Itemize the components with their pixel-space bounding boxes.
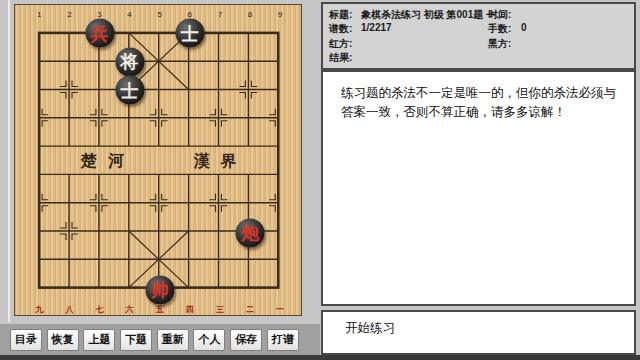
notation-button[interactable]: 打谱 <box>267 329 299 351</box>
file-coord-top: 5 <box>157 10 161 19</box>
file-coord-bottom: 四 <box>186 304 194 315</box>
title-value: 象棋杀法练习 初级 第001题 一... <box>361 8 504 22</box>
file-coord-bottom: 九 <box>35 304 43 315</box>
catalog-button[interactable]: 目录 <box>10 329 42 351</box>
book-value: 1/2217 <box>361 22 392 33</box>
moves-value: 0 <box>521 22 527 33</box>
file-coord-bottom: 二 <box>246 304 254 315</box>
file-coord-top: 8 <box>248 10 252 19</box>
bottom-divider <box>0 355 640 360</box>
file-coord-bottom: 六 <box>126 304 134 315</box>
piece-black-advisor[interactable]: 士 <box>115 76 144 105</box>
moves-label: 手数: <box>488 22 511 36</box>
book-label: 谱数: <box>329 22 352 36</box>
piece-red-cannon[interactable]: 炮 <box>236 218 265 247</box>
start-practice-label: 开始练习 <box>345 321 395 335</box>
file-coord-top: 1 <box>37 10 41 19</box>
board-bezel-highlight <box>8 0 10 322</box>
toolbar: 目录恢复上题下题重新个人保存打谱 <box>0 324 320 355</box>
hint-message-text: 练习题的杀法不一定是唯一的，但你的杀法必须与答案一致，否则不算正确，请多多谅解！ <box>341 86 616 119</box>
river-text-right: 漢 <box>193 151 211 170</box>
piece-red-soldier[interactable]: 兵 <box>85 19 114 48</box>
restore-button[interactable]: 恢复 <box>47 329 79 351</box>
file-coord-top: 9 <box>278 10 282 19</box>
result-label: 结果: <box>329 51 352 65</box>
file-coord-top: 2 <box>67 10 71 19</box>
black-side-label: 黑方: <box>488 37 511 51</box>
prev-problem-button[interactable]: 上题 <box>83 329 115 351</box>
file-coord-bottom: 一 <box>276 304 284 315</box>
piece-black-advisor[interactable]: 士 <box>175 19 204 48</box>
title-label: 标题: <box>329 8 352 22</box>
board-grid: 楚河漢界 <box>15 5 301 315</box>
start-practice-button[interactable]: 开始练习 <box>321 310 636 355</box>
time-label: 时间: <box>488 8 511 22</box>
hint-message-box: 练习题的杀法不一定是唯一的，但你的杀法必须与答案一致，否则不算正确，请多多谅解！ <box>321 70 636 306</box>
file-coord-bottom: 三 <box>216 304 224 315</box>
restart-button[interactable]: 重新 <box>157 329 189 351</box>
personal-button[interactable]: 个人 <box>193 329 225 351</box>
river-text-left: 楚 <box>80 151 98 170</box>
file-coord-top: 4 <box>127 10 131 19</box>
piece-black-general[interactable]: 将 <box>115 47 144 76</box>
game-info-panel: 标题: 象棋杀法练习 初级 第001题 一... 时间: 谱数: 1/2217 … <box>321 2 636 70</box>
file-coord-bottom: 七 <box>96 304 104 315</box>
save-button[interactable]: 保存 <box>230 329 262 351</box>
file-coord-bottom: 八 <box>65 304 73 315</box>
red-side-label: 红方: <box>329 37 352 51</box>
piece-red-general[interactable]: 帅 <box>145 275 174 304</box>
next-problem-button[interactable]: 下题 <box>120 329 152 351</box>
file-coord-top: 7 <box>218 10 222 19</box>
river-text-right: 界 <box>220 151 237 170</box>
file-coord-bottom: 五 <box>156 304 164 315</box>
river-text-left: 河 <box>107 151 124 170</box>
xiangqi-board[interactable]: 楚河漢界123456789九八七六五四三二一兵士将士炮帅 <box>14 4 302 316</box>
